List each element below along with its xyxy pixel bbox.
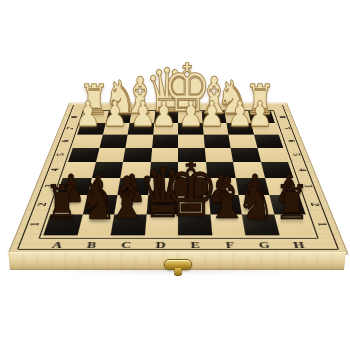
rank-label-left-8: 8 xyxy=(69,116,78,118)
square-f8 xyxy=(201,111,226,122)
file-label-front-e: E xyxy=(190,239,200,248)
rank-label-left-2: 2 xyxy=(36,203,49,206)
square-e4 xyxy=(178,162,207,178)
square-c1 xyxy=(111,214,146,235)
square-h3 xyxy=(264,178,299,195)
brass-clasp-icon xyxy=(164,259,192,270)
square-d1 xyxy=(144,214,178,235)
rank-label-right-7: 7 xyxy=(281,127,291,129)
square-d8 xyxy=(154,111,178,122)
square-b2 xyxy=(82,195,117,214)
square-g1 xyxy=(242,214,279,235)
square-d5 xyxy=(151,148,179,162)
square-g4 xyxy=(233,162,264,178)
square-a6 xyxy=(73,135,103,148)
square-b3 xyxy=(87,178,120,195)
clasp-hook xyxy=(174,268,183,276)
file-label-back-e: E xyxy=(164,105,170,109)
square-d4 xyxy=(149,162,178,178)
file-label-front-f: F xyxy=(225,239,235,248)
square-c4 xyxy=(120,162,150,178)
square-g2 xyxy=(239,195,274,214)
square-f6 xyxy=(203,135,230,148)
square-e3 xyxy=(178,178,208,195)
square-d3 xyxy=(148,178,178,195)
square-f5 xyxy=(204,148,233,162)
square-a7 xyxy=(77,123,105,135)
file-label-front-g: G xyxy=(258,239,271,248)
square-h8 xyxy=(248,111,275,122)
rank-label-right-3: 3 xyxy=(301,185,313,188)
square-f3 xyxy=(207,178,239,195)
rank-label-right-8: 8 xyxy=(277,116,286,118)
square-h7 xyxy=(251,123,279,135)
square-d6 xyxy=(152,135,178,148)
square-g5 xyxy=(231,148,261,162)
square-c5 xyxy=(123,148,152,162)
square-h6 xyxy=(254,135,284,148)
square-h5 xyxy=(257,148,288,162)
square-h2 xyxy=(269,195,306,214)
square-e1 xyxy=(178,214,212,235)
square-a1 xyxy=(43,214,82,235)
rank-label-right-1: 1 xyxy=(315,223,328,227)
rank-label-right-4: 4 xyxy=(296,168,307,171)
square-c6 xyxy=(125,135,152,148)
square-b8 xyxy=(105,111,131,122)
square-b6 xyxy=(99,135,128,148)
file-label-back-g: G xyxy=(117,105,124,109)
square-g8 xyxy=(224,111,250,122)
file-label-front-c: C xyxy=(121,239,132,248)
square-d7 xyxy=(153,123,178,135)
square-a5 xyxy=(68,148,99,162)
square-a8 xyxy=(81,111,108,122)
square-a3 xyxy=(57,178,92,195)
square-e6 xyxy=(178,135,204,148)
square-f1 xyxy=(210,214,245,235)
square-e2 xyxy=(178,195,210,214)
file-label-back-c: C xyxy=(209,105,216,109)
file-label-back-h: H xyxy=(94,105,102,109)
square-e7 xyxy=(178,123,203,135)
square-e8 xyxy=(178,111,202,122)
square-f7 xyxy=(202,123,228,135)
square-b4 xyxy=(92,162,123,178)
file-label-front-b: B xyxy=(86,239,97,248)
rank-label-left-7: 7 xyxy=(65,127,75,129)
chess-board: AHBGCFDEEDFCGBHA1122334455667788 xyxy=(7,103,349,255)
file-label-front-h: H xyxy=(292,239,305,248)
square-d2 xyxy=(146,195,178,214)
square-g6 xyxy=(228,135,257,148)
square-a2 xyxy=(50,195,87,214)
file-label-back-f: F xyxy=(141,105,147,109)
square-c3 xyxy=(117,178,149,195)
square-h1 xyxy=(274,214,313,235)
square-b7 xyxy=(102,123,129,135)
square-e5 xyxy=(178,148,206,162)
file-label-back-d: D xyxy=(186,105,192,109)
square-c7 xyxy=(128,123,154,135)
file-label-front-d: D xyxy=(156,239,166,248)
chess-set-photo: AHBGCFDEEDFCGBHA1122334455667788 ♜♞♝♛♚♝♞… xyxy=(0,0,350,350)
square-f2 xyxy=(208,195,241,214)
squares-grid xyxy=(43,111,312,235)
rank-label-left-6: 6 xyxy=(60,140,70,142)
file-label-back-b: B xyxy=(232,105,238,109)
rank-label-left-4: 4 xyxy=(49,168,60,171)
square-a4 xyxy=(63,162,96,178)
square-c8 xyxy=(130,111,155,122)
rank-label-left-5: 5 xyxy=(55,153,66,156)
square-h4 xyxy=(261,162,294,178)
square-g3 xyxy=(236,178,269,195)
square-b1 xyxy=(77,214,114,235)
square-g7 xyxy=(226,123,253,135)
rank-label-right-5: 5 xyxy=(290,153,301,156)
square-f4 xyxy=(206,162,236,178)
square-c2 xyxy=(114,195,147,214)
rank-label-right-2: 2 xyxy=(308,203,321,206)
rank-label-left-1: 1 xyxy=(28,223,41,227)
rank-label-left-3: 3 xyxy=(43,185,55,188)
rank-label-right-6: 6 xyxy=(286,140,296,142)
file-label-back-a: A xyxy=(255,105,262,109)
square-b5 xyxy=(96,148,126,162)
